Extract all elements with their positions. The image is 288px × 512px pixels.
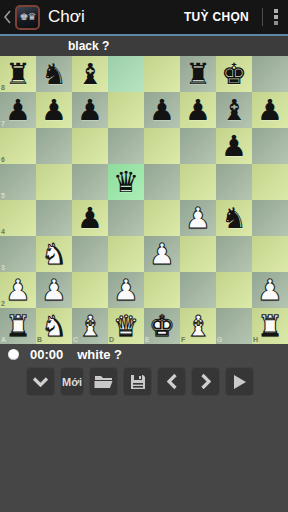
square-f8[interactable]: ♜ (180, 56, 216, 92)
square-b7[interactable]: ♟ (36, 92, 72, 128)
square-h2[interactable]: ♟ (252, 272, 288, 308)
play-button[interactable] (225, 367, 254, 396)
square-h3[interactable] (252, 236, 288, 272)
black-rook[interactable]: ♜ (0, 56, 36, 92)
overflow-menu-icon[interactable] (274, 9, 278, 25)
square-b2[interactable]: ♟ (36, 272, 72, 308)
white-knight[interactable]: ♞ (36, 308, 72, 344)
chevron-right-icon (201, 373, 211, 390)
chevron-down-icon (32, 377, 49, 387)
square-d4[interactable] (108, 200, 144, 236)
white-pawn[interactable]: ♟ (0, 272, 36, 308)
toolbar: Mới (26, 367, 288, 396)
black-pawn[interactable]: ♟ (216, 128, 252, 164)
square-e1[interactable]: E♚ (144, 308, 180, 344)
black-rook[interactable]: ♜ (180, 56, 216, 92)
coord-label-a6: 6 (1, 156, 5, 164)
square-d7[interactable] (108, 92, 144, 128)
square-g6[interactable]: ♟ (216, 128, 252, 164)
black-queen[interactable]: ♛ (108, 164, 144, 200)
square-d8[interactable] (108, 56, 144, 92)
white-rook[interactable]: ♜ (0, 308, 36, 344)
play-icon (233, 374, 247, 390)
square-a5[interactable]: 5 (0, 164, 36, 200)
chevron-left-icon (167, 373, 177, 390)
square-b1[interactable]: B♞ (36, 308, 72, 344)
next-move-button[interactable] (191, 367, 220, 396)
square-a3[interactable]: 3 (0, 236, 36, 272)
square-a4[interactable]: 4 (0, 200, 36, 236)
white-bishop[interactable]: ♝ (72, 308, 108, 344)
options-menu-item[interactable]: TUỲ CHỌN (184, 10, 249, 24)
square-f7[interactable]: ♟ (180, 92, 216, 128)
square-g8[interactable]: ♚ (216, 56, 252, 92)
square-d3[interactable] (108, 236, 144, 272)
black-pawn[interactable]: ♟ (180, 92, 216, 128)
black-pawn[interactable]: ♟ (72, 92, 108, 128)
collapse-button[interactable] (26, 367, 55, 396)
black-player-label: black ? (0, 36, 288, 56)
coord-label-a4: 4 (1, 228, 5, 236)
square-d5[interactable]: ♛ (108, 164, 144, 200)
square-g2[interactable] (216, 272, 252, 308)
square-c5[interactable] (72, 164, 108, 200)
folder-open-icon (94, 374, 113, 389)
black-pawn[interactable]: ♟ (144, 92, 180, 128)
square-b5[interactable] (36, 164, 72, 200)
square-c1[interactable]: C♝ (72, 308, 108, 344)
square-g1[interactable]: G (216, 308, 252, 344)
white-pawn[interactable]: ♟ (144, 236, 180, 272)
square-h4[interactable] (252, 200, 288, 236)
square-h7[interactable]: ♟ (252, 92, 288, 128)
white-bishop[interactable]: ♝ (180, 308, 216, 344)
square-c7[interactable]: ♟ (72, 92, 108, 128)
black-pawn[interactable]: ♟ (252, 92, 288, 128)
black-pawn[interactable]: ♟ (36, 92, 72, 128)
square-d1[interactable]: D♛ (108, 308, 144, 344)
square-e5[interactable] (144, 164, 180, 200)
square-b3[interactable]: ♞ (36, 236, 72, 272)
square-f4[interactable]: ♟ (180, 200, 216, 236)
open-button[interactable] (89, 367, 118, 396)
back-icon[interactable] (3, 10, 12, 24)
square-e2[interactable] (144, 272, 180, 308)
square-f2[interactable] (180, 272, 216, 308)
square-b4[interactable] (36, 200, 72, 236)
bottom-panel: 00:00 white ? Mới (0, 344, 288, 512)
square-c8[interactable]: ♝ (72, 56, 108, 92)
square-a8[interactable]: 8♜ (0, 56, 36, 92)
square-d6[interactable] (108, 128, 144, 164)
chess-board[interactable]: 8♜♞♝♜♚7♟♟♟♟♟♝♟6♟5♛4♟♟♞3♞♟2♟♟♟♟A♜B♞C♝D♛E♚… (0, 56, 288, 344)
square-f3[interactable] (180, 236, 216, 272)
black-bishop[interactable]: ♝ (216, 92, 252, 128)
new-game-button[interactable]: Mới (60, 367, 84, 396)
square-a2[interactable]: 2♟ (0, 272, 36, 308)
square-c6[interactable] (72, 128, 108, 164)
white-player-label: white ? (77, 347, 122, 362)
black-pawn[interactable]: ♟ (72, 200, 108, 236)
square-e6[interactable] (144, 128, 180, 164)
coord-label-g1: G (217, 336, 222, 344)
square-f5[interactable] (180, 164, 216, 200)
save-button[interactable] (123, 367, 152, 396)
white-clock: 00:00 (30, 347, 63, 362)
white-pawn[interactable]: ♟ (108, 272, 144, 308)
white-king[interactable]: ♚ (144, 308, 180, 344)
black-pawn[interactable]: ♟ (0, 92, 36, 128)
square-h5[interactable] (252, 164, 288, 200)
app-icon[interactable]: ♚♛ (15, 5, 40, 30)
square-c4[interactable]: ♟ (72, 200, 108, 236)
square-c2[interactable] (72, 272, 108, 308)
square-h1[interactable]: H♜ (252, 308, 288, 344)
square-f1[interactable]: F♝ (180, 308, 216, 344)
square-c3[interactable] (72, 236, 108, 272)
square-e7[interactable]: ♟ (144, 92, 180, 128)
square-a6[interactable]: 6 (0, 128, 36, 164)
square-g3[interactable] (216, 236, 252, 272)
white-pawn[interactable]: ♟ (36, 272, 72, 308)
page-title: Chơi (48, 7, 184, 27)
square-b8[interactable]: ♞ (36, 56, 72, 92)
white-queen[interactable]: ♛ (108, 308, 144, 344)
square-h6[interactable] (252, 128, 288, 164)
square-a1[interactable]: A♜ (0, 308, 36, 344)
square-h8[interactable] (252, 56, 288, 92)
coord-label-a3: 3 (1, 264, 5, 272)
square-f6[interactable] (180, 128, 216, 164)
turn-indicator-dot (8, 349, 19, 360)
coord-label-a5: 5 (1, 192, 5, 200)
square-e8[interactable] (144, 56, 180, 92)
square-b6[interactable] (36, 128, 72, 164)
prev-move-button[interactable] (157, 367, 186, 396)
square-g7[interactable]: ♝ (216, 92, 252, 128)
square-g4[interactable]: ♞ (216, 200, 252, 236)
black-bishop[interactable]: ♝ (72, 56, 108, 92)
square-e3[interactable]: ♟ (144, 236, 180, 272)
white-pawn[interactable]: ♟ (252, 272, 288, 308)
black-king[interactable]: ♚ (216, 56, 252, 92)
square-e4[interactable] (144, 200, 180, 236)
save-disk-icon (130, 374, 146, 390)
square-d2[interactable]: ♟ (108, 272, 144, 308)
white-status-row: 00:00 white ? (0, 344, 288, 362)
square-g5[interactable] (216, 164, 252, 200)
white-pawn[interactable]: ♟ (180, 200, 216, 236)
black-knight[interactable]: ♞ (36, 56, 72, 92)
bar-divider (262, 8, 263, 26)
black-knight[interactable]: ♞ (216, 200, 252, 236)
square-a7[interactable]: 7♟ (0, 92, 36, 128)
white-knight[interactable]: ♞ (36, 236, 72, 272)
white-rook[interactable]: ♜ (252, 308, 288, 344)
action-bar: ♚♛ Chơi TUỲ CHỌN (0, 0, 288, 34)
